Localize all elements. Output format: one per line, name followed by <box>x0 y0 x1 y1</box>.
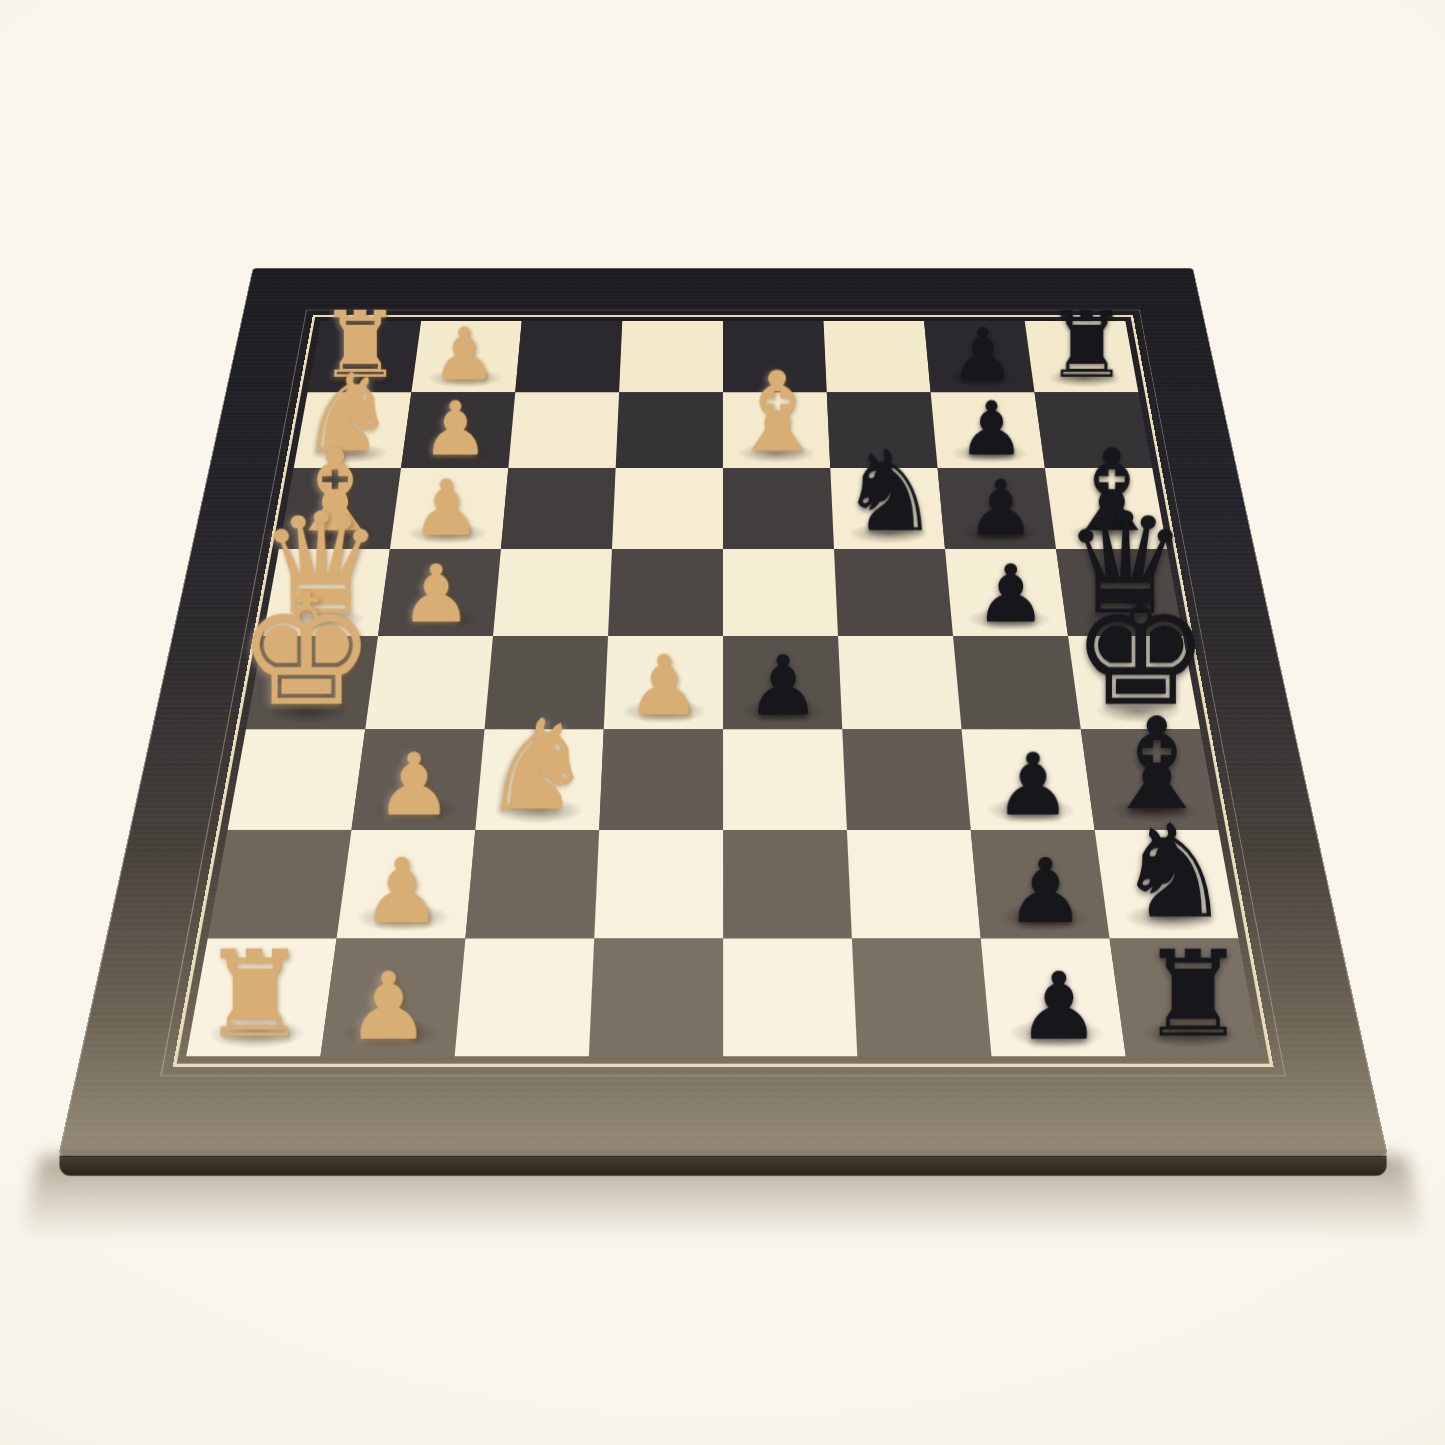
square-f7[interactable]: ♟ <box>961 729 1094 830</box>
square-c2[interactable]: ♟ <box>389 468 507 549</box>
square-e1[interactable]: ♚ <box>245 636 377 729</box>
square-f5[interactable] <box>723 729 847 830</box>
chess-scene: ♜♟♟♜♞♟♝♟♝♟♞♟♝♛♟♟♛♚♟♟♚♟♞♟♝♟♟♞♜♟♟♜ <box>0 0 1445 1445</box>
square-f1[interactable] <box>227 729 365 830</box>
square-e4[interactable]: ♟ <box>603 636 722 729</box>
square-h2[interactable]: ♟ <box>320 939 465 1057</box>
piece-white-rook[interactable]: ♜ <box>200 935 307 1054</box>
square-h5[interactable] <box>723 939 857 1057</box>
square-a7[interactable]: ♟ <box>924 321 1034 392</box>
square-a6[interactable] <box>823 321 930 392</box>
square-g1[interactable] <box>207 830 351 939</box>
square-c4[interactable] <box>611 468 722 549</box>
square-f2[interactable]: ♟ <box>351 729 484 830</box>
piece-white-bishop[interactable]: ♝ <box>727 357 826 467</box>
square-g7[interactable]: ♟ <box>970 830 1109 939</box>
board-floor-shadow <box>14 1155 1430 1267</box>
square-h7[interactable]: ♟ <box>980 939 1125 1057</box>
square-e2[interactable] <box>365 636 493 729</box>
square-h1[interactable]: ♜ <box>186 939 336 1057</box>
square-h3[interactable] <box>454 939 594 1057</box>
piece-white-pawn[interactable]: ♟ <box>431 319 496 391</box>
square-d4[interactable] <box>608 549 723 636</box>
piece-black-pawn[interactable]: ♟ <box>974 554 1046 634</box>
piece-white-pawn[interactable]: ♟ <box>411 470 480 547</box>
square-b7[interactable]: ♟ <box>930 392 1044 468</box>
piece-white-knight[interactable]: ♞ <box>481 703 593 828</box>
square-c6[interactable]: ♞ <box>830 468 945 549</box>
piece-black-pawn[interactable]: ♟ <box>950 319 1015 391</box>
square-d3[interactable] <box>493 549 612 636</box>
piece-white-pawn[interactable]: ♟ <box>345 961 429 1054</box>
square-h6[interactable] <box>851 939 991 1057</box>
piece-white-pawn[interactable]: ♟ <box>626 645 700 728</box>
square-d6[interactable] <box>834 549 953 636</box>
piece-white-pawn[interactable]: ♟ <box>360 847 440 937</box>
square-c7[interactable]: ♟ <box>937 468 1055 549</box>
square-c5[interactable] <box>723 468 834 549</box>
square-c3[interactable] <box>500 468 615 549</box>
piece-black-pawn[interactable]: ♟ <box>1004 847 1084 937</box>
square-a2[interactable]: ♟ <box>411 321 521 392</box>
square-e6[interactable] <box>838 636 962 729</box>
square-h8[interactable]: ♜ <box>1109 939 1259 1057</box>
piece-black-pawn[interactable]: ♟ <box>1016 961 1100 1054</box>
piece-white-king[interactable]: ♚ <box>236 572 375 727</box>
piece-white-pawn[interactable]: ♟ <box>399 554 471 634</box>
square-a8[interactable]: ♜ <box>1024 321 1138 392</box>
board-playing-area: ♜♟♟♜♞♟♝♟♝♟♞♟♝♛♟♟♛♚♟♟♚♟♞♟♝♟♟♞♜♟♟♜ <box>186 321 1260 1056</box>
piece-black-pawn[interactable]: ♟ <box>957 392 1024 467</box>
square-g2[interactable]: ♟ <box>336 830 475 939</box>
piece-black-knight[interactable]: ♞ <box>839 436 939 548</box>
square-g5[interactable] <box>723 830 852 939</box>
square-g6[interactable] <box>846 830 980 939</box>
piece-black-pawn[interactable]: ♟ <box>745 645 819 728</box>
square-h4[interactable] <box>588 939 722 1057</box>
square-g4[interactable] <box>594 830 723 939</box>
piece-black-pawn[interactable]: ♟ <box>993 742 1070 828</box>
square-b4[interactable] <box>615 392 722 468</box>
square-e5[interactable]: ♟ <box>723 636 842 729</box>
square-g8[interactable]: ♞ <box>1094 830 1238 939</box>
piece-black-pawn[interactable]: ♟ <box>965 470 1034 547</box>
square-f3[interactable]: ♞ <box>475 729 603 830</box>
piece-black-knight[interactable]: ♞ <box>1115 807 1231 937</box>
square-e7[interactable] <box>953 636 1081 729</box>
square-f4[interactable] <box>599 729 723 830</box>
piece-black-rook[interactable]: ♜ <box>1139 935 1246 1054</box>
piece-black-rook[interactable]: ♜ <box>1044 299 1127 391</box>
square-f6[interactable] <box>842 729 970 830</box>
square-a3[interactable] <box>515 321 622 392</box>
square-g3[interactable] <box>465 830 599 939</box>
square-d2[interactable]: ♟ <box>378 549 501 636</box>
square-d7[interactable]: ♟ <box>945 549 1068 636</box>
piece-white-pawn[interactable]: ♟ <box>421 392 488 467</box>
square-b2[interactable]: ♟ <box>401 392 515 468</box>
square-b3[interactable] <box>508 392 619 468</box>
piece-white-pawn[interactable]: ♟ <box>374 742 451 828</box>
square-d5[interactable] <box>723 549 838 636</box>
square-a4[interactable] <box>619 321 723 392</box>
square-b5[interactable]: ♝ <box>723 392 830 468</box>
chess-board: ♜♟♟♜♞♟♝♟♝♟♞♟♝♛♟♟♛♚♟♟♚♟♞♟♝♟♟♞♜♟♟♜ <box>59 268 1386 1155</box>
